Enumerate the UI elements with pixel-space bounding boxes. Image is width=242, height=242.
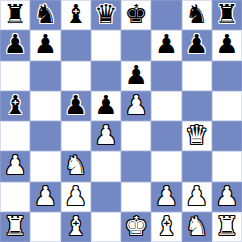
black-pawn-f7[interactable]: ♟ [155, 30, 178, 59]
black-pawn-b7[interactable]: ♟ [34, 30, 57, 59]
white-rook-h1[interactable]: ♜ [215, 212, 238, 241]
square-b3[interactable] [30, 151, 60, 181]
square-a6[interactable] [0, 61, 30, 91]
square-g3[interactable] [182, 151, 212, 181]
square-h2[interactable]: ♟ [212, 182, 242, 212]
white-pawn-g2[interactable]: ♟ [185, 182, 208, 211]
square-d7[interactable] [91, 30, 121, 60]
black-pawn-a7[interactable]: ♟ [3, 30, 26, 59]
square-d8[interactable]: ♛ [91, 0, 121, 30]
square-f7[interactable]: ♟ [151, 30, 181, 60]
square-f3[interactable] [151, 151, 181, 181]
square-b2[interactable]: ♟ [30, 182, 60, 212]
square-a5[interactable]: ♝ [0, 91, 30, 121]
black-pawn-e6[interactable]: ♟ [124, 61, 147, 90]
square-g4[interactable]: ♛ [182, 121, 212, 151]
square-h8[interactable]: ♜ [212, 0, 242, 30]
square-d5[interactable]: ♟ [91, 91, 121, 121]
square-g5[interactable] [182, 91, 212, 121]
square-d2[interactable] [91, 182, 121, 212]
square-f2[interactable]: ♟ [151, 182, 181, 212]
black-pawn-h7[interactable]: ♟ [215, 30, 238, 59]
square-c2[interactable]: ♟ [61, 182, 91, 212]
black-rook-a8[interactable]: ♜ [3, 0, 26, 29]
square-d1[interactable] [91, 212, 121, 242]
square-f6[interactable] [151, 61, 181, 91]
black-pawn-g7[interactable]: ♟ [185, 30, 208, 59]
square-f8[interactable] [151, 0, 181, 30]
square-e4[interactable] [121, 121, 151, 151]
square-c1[interactable]: ♝ [61, 212, 91, 242]
white-pawn-f2[interactable]: ♟ [155, 182, 178, 211]
square-e3[interactable] [121, 151, 151, 181]
square-a7[interactable]: ♟ [0, 30, 30, 60]
black-knight-b8[interactable]: ♞ [34, 0, 57, 29]
square-c6[interactable] [61, 61, 91, 91]
square-e8[interactable]: ♚ [121, 0, 151, 30]
square-f5[interactable] [151, 91, 181, 121]
black-queen-d8[interactable]: ♛ [94, 0, 117, 29]
square-h1[interactable]: ♜ [212, 212, 242, 242]
square-h7[interactable]: ♟ [212, 30, 242, 60]
square-b7[interactable]: ♟ [30, 30, 60, 60]
square-a1[interactable]: ♜ [0, 212, 30, 242]
white-pawn-h2[interactable]: ♟ [215, 182, 238, 211]
square-d4[interactable]: ♟ [91, 121, 121, 151]
square-e7[interactable] [121, 30, 151, 60]
white-bishop-f1[interactable]: ♝ [155, 212, 178, 241]
square-g8[interactable]: ♞ [182, 0, 212, 30]
white-bishop-c1[interactable]: ♝ [64, 212, 87, 241]
square-a3[interactable]: ♟ [0, 151, 30, 181]
chess-board: ♜♞♝♛♚♞♜♟♟♟♟♟♟♝♟♟♟♟♛♟♞♟♟♟♟♟♜♝♚♝♞♜ [0, 0, 242, 242]
white-queen-g4[interactable]: ♛ [185, 121, 208, 150]
square-f1[interactable]: ♝ [151, 212, 181, 242]
white-pawn-a3[interactable]: ♟ [3, 151, 26, 180]
square-h6[interactable] [212, 61, 242, 91]
square-h3[interactable] [212, 151, 242, 181]
square-g7[interactable]: ♟ [182, 30, 212, 60]
black-bishop-c8[interactable]: ♝ [64, 0, 87, 29]
square-d3[interactable] [91, 151, 121, 181]
square-e5[interactable]: ♟ [121, 91, 151, 121]
square-h5[interactable] [212, 91, 242, 121]
square-b1[interactable] [30, 212, 60, 242]
square-h4[interactable] [212, 121, 242, 151]
square-f4[interactable] [151, 121, 181, 151]
square-a2[interactable] [0, 182, 30, 212]
square-b4[interactable] [30, 121, 60, 151]
square-c5[interactable]: ♟ [61, 91, 91, 121]
white-pawn-e5[interactable]: ♟ [124, 91, 147, 120]
black-pawn-c5[interactable]: ♟ [64, 91, 87, 120]
square-d6[interactable] [91, 61, 121, 91]
white-king-e1[interactable]: ♚ [124, 212, 147, 241]
square-c4[interactable] [61, 121, 91, 151]
black-pawn-d5[interactable]: ♟ [94, 91, 117, 120]
square-c7[interactable] [61, 30, 91, 60]
black-bishop-a5[interactable]: ♝ [3, 91, 26, 120]
white-pawn-d4[interactable]: ♟ [94, 121, 117, 150]
white-knight-c3[interactable]: ♞ [64, 151, 87, 180]
square-e2[interactable] [121, 182, 151, 212]
square-a8[interactable]: ♜ [0, 0, 30, 30]
square-g2[interactable]: ♟ [182, 182, 212, 212]
square-g1[interactable]: ♞ [182, 212, 212, 242]
white-pawn-c2[interactable]: ♟ [64, 182, 87, 211]
white-pawn-b2[interactable]: ♟ [34, 182, 57, 211]
square-b8[interactable]: ♞ [30, 0, 60, 30]
square-c8[interactable]: ♝ [61, 0, 91, 30]
square-c3[interactable]: ♞ [61, 151, 91, 181]
white-knight-g1[interactable]: ♞ [185, 212, 208, 241]
square-b6[interactable] [30, 61, 60, 91]
black-knight-g8[interactable]: ♞ [185, 0, 208, 29]
square-b5[interactable] [30, 91, 60, 121]
square-a4[interactable] [0, 121, 30, 151]
white-rook-a1[interactable]: ♜ [3, 212, 26, 241]
black-king-e8[interactable]: ♚ [124, 0, 147, 29]
square-g6[interactable] [182, 61, 212, 91]
black-rook-h8[interactable]: ♜ [215, 0, 238, 29]
square-e1[interactable]: ♚ [121, 212, 151, 242]
square-e6[interactable]: ♟ [121, 61, 151, 91]
